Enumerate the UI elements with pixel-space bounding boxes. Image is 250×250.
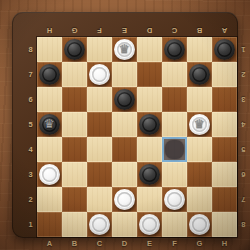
square-E4[interactable] (137, 137, 162, 162)
white-king-D8[interactable]: ♛ (114, 39, 135, 60)
black-king-A5[interactable]: ♛ (39, 114, 60, 135)
coordinate-label: 2 (24, 187, 37, 212)
white-man-D2[interactable] (114, 189, 135, 210)
black-man-D6[interactable] (114, 89, 135, 110)
square-E2[interactable] (137, 187, 162, 212)
black-man-E3[interactable] (139, 164, 160, 185)
square-G7[interactable] (187, 62, 212, 87)
square-B3[interactable] (62, 162, 87, 187)
square-H4[interactable] (212, 137, 237, 162)
square-A7[interactable] (37, 62, 62, 87)
square-C8[interactable] (87, 37, 112, 62)
square-A4[interactable] (37, 137, 62, 162)
square-D1[interactable] (112, 212, 137, 237)
square-G8[interactable] (187, 37, 212, 62)
black-man-B8[interactable] (64, 39, 85, 60)
square-H3[interactable] (212, 162, 237, 187)
square-G2[interactable] (187, 187, 212, 212)
coordinate-label: 3 (24, 162, 37, 187)
square-G5[interactable]: ♛ (187, 112, 212, 137)
coordinate-label: B (187, 24, 212, 37)
square-C1[interactable] (87, 212, 112, 237)
white-man-C7[interactable] (89, 64, 110, 85)
square-C5[interactable] (87, 112, 112, 137)
black-man-H8[interactable] (214, 39, 235, 60)
square-B4[interactable] (62, 137, 87, 162)
square-A1[interactable] (37, 212, 62, 237)
square-H8[interactable] (212, 37, 237, 62)
square-H6[interactable] (212, 87, 237, 112)
square-D4[interactable] (112, 137, 137, 162)
square-H7[interactable] (212, 62, 237, 87)
white-man-F2[interactable] (164, 189, 185, 210)
white-man-G1[interactable] (189, 214, 210, 235)
square-F3[interactable] (162, 162, 187, 187)
square-E7[interactable] (137, 62, 162, 87)
black-man-A7[interactable] (39, 64, 60, 85)
black-man-F8[interactable] (164, 39, 185, 60)
square-B8[interactable] (62, 37, 87, 62)
square-A8[interactable] (37, 37, 62, 62)
square-F8[interactable] (162, 37, 187, 62)
coordinate-label: 6 (24, 87, 37, 112)
square-D2[interactable] (112, 187, 137, 212)
square-B5[interactable] (62, 112, 87, 137)
square-C7[interactable] (87, 62, 112, 87)
coordinate-label: 8 (24, 37, 37, 62)
square-D5[interactable] (112, 112, 137, 137)
square-E6[interactable] (137, 87, 162, 112)
square-E5[interactable] (137, 112, 162, 137)
rank-labels-left: 87654321 (24, 37, 37, 237)
square-D6[interactable] (112, 87, 137, 112)
square-A3[interactable] (37, 162, 62, 187)
square-B6[interactable] (62, 87, 87, 112)
square-C4[interactable] (87, 137, 112, 162)
square-B2[interactable] (62, 187, 87, 212)
square-G6[interactable] (187, 87, 212, 112)
square-H1[interactable] (212, 212, 237, 237)
square-A2[interactable] (37, 187, 62, 212)
square-F5[interactable] (162, 112, 187, 137)
coordinate-label: H (37, 24, 62, 37)
square-E1[interactable] (137, 212, 162, 237)
white-king-G5[interactable]: ♛ (189, 114, 210, 135)
crown-icon: ♛ (119, 43, 130, 55)
coordinate-label: C (162, 24, 187, 37)
square-C6[interactable] (87, 87, 112, 112)
square-G3[interactable] (187, 162, 212, 187)
square-G1[interactable] (187, 212, 212, 237)
square-B1[interactable] (62, 212, 87, 237)
square-D7[interactable] (112, 62, 137, 87)
square-E3[interactable] (137, 162, 162, 187)
square-B7[interactable] (62, 62, 87, 87)
square-C3[interactable] (87, 162, 112, 187)
black-man-E5[interactable] (139, 114, 160, 135)
coordinate-label: D (137, 24, 162, 37)
coordinate-label: 5 (24, 112, 37, 137)
board-frame: HGFEDCBA ABCDEFGH 87654321 12345678 ♛♛♛ (12, 12, 238, 238)
coordinate-label: F (87, 24, 112, 37)
square-F4[interactable] (162, 137, 187, 162)
coordinate-label: A (212, 24, 237, 37)
white-man-C1[interactable] (89, 214, 110, 235)
white-man-A3[interactable] (39, 164, 60, 185)
square-D8[interactable]: ♛ (112, 37, 137, 62)
white-man-E1[interactable] (139, 214, 160, 235)
ghost-black-piece (165, 140, 184, 159)
board-squares: ♛♛♛ (37, 37, 237, 237)
square-F6[interactable] (162, 87, 187, 112)
crown-icon: ♛ (44, 118, 55, 130)
file-labels-top: HGFEDCBA (37, 24, 237, 37)
coordinate-label: 7 (24, 62, 37, 87)
square-C2[interactable] (87, 187, 112, 212)
square-F1[interactable] (162, 212, 187, 237)
coordinate-label: E (112, 24, 137, 37)
square-F2[interactable] (162, 187, 187, 212)
square-H5[interactable] (212, 112, 237, 137)
square-A5[interactable]: ♛ (37, 112, 62, 137)
square-G4[interactable] (187, 137, 212, 162)
square-D3[interactable] (112, 162, 137, 187)
square-E8[interactable] (137, 37, 162, 62)
coordinate-label: 1 (24, 212, 37, 237)
square-A6[interactable] (37, 87, 62, 112)
black-man-G7[interactable] (189, 64, 210, 85)
square-F7[interactable] (162, 62, 187, 87)
coordinate-label: G (62, 24, 87, 37)
coordinate-label: 4 (24, 137, 37, 162)
square-H2[interactable] (212, 187, 237, 212)
crown-icon: ♛ (194, 118, 205, 130)
